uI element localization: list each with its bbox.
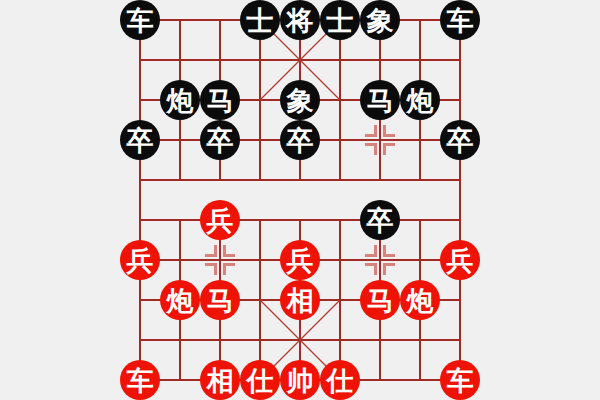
piece-red-cannon[interactable]: 炮 [160, 280, 200, 320]
piece-red-soldier[interactable]: 兵 [120, 240, 160, 280]
piece-black-soldier[interactable]: 卒 [280, 120, 320, 160]
marker-corner [365, 263, 377, 275]
piece-red-chariot[interactable]: 车 [440, 360, 480, 400]
piece-black-chariot[interactable]: 车 [440, 0, 480, 40]
marker-corner [365, 125, 377, 137]
marker-corner [383, 143, 395, 155]
piece-red-horse[interactable]: 马 [200, 280, 240, 320]
piece-black-soldier[interactable]: 卒 [440, 120, 480, 160]
piece-red-advisor[interactable]: 仕 [240, 360, 280, 400]
marker-corner [223, 263, 235, 275]
piece-red-elephant[interactable]: 相 [200, 360, 240, 400]
piece-black-soldier[interactable]: 卒 [200, 120, 240, 160]
piece-red-cannon[interactable]: 炮 [400, 280, 440, 320]
marker-corner [205, 263, 217, 275]
piece-black-cannon[interactable]: 炮 [160, 80, 200, 120]
marker-corner [383, 263, 395, 275]
piece-red-soldier[interactable]: 兵 [440, 240, 480, 280]
piece-red-soldier[interactable]: 兵 [280, 240, 320, 280]
marker-corner [365, 143, 377, 155]
piece-black-soldier[interactable]: 卒 [360, 200, 400, 240]
last-move-marker [365, 245, 395, 275]
piece-red-horse[interactable]: 马 [360, 280, 400, 320]
marker-corner [365, 245, 377, 257]
marker-corner [383, 125, 395, 137]
board-grid[interactable]: 车士将士象车炮马象马炮卒卒卒卒卒兵兵兵兵炮马相马炮车相仕帅仕车 [120, 0, 480, 400]
marker-corner [383, 245, 395, 257]
piece-red-advisor[interactable]: 仕 [320, 360, 360, 400]
piece-black-elephant[interactable]: 象 [360, 0, 400, 40]
piece-black-advisor[interactable]: 士 [320, 0, 360, 40]
piece-black-elephant[interactable]: 象 [280, 80, 320, 120]
piece-black-advisor[interactable]: 士 [240, 0, 280, 40]
last-move-marker [365, 125, 395, 155]
piece-black-chariot[interactable]: 车 [120, 0, 160, 40]
piece-black-horse[interactable]: 马 [200, 80, 240, 120]
piece-black-soldier[interactable]: 卒 [120, 120, 160, 160]
piece-red-general[interactable]: 帅 [280, 360, 320, 400]
marker-corner [223, 245, 235, 257]
marker-corner [205, 245, 217, 257]
piece-black-cannon[interactable]: 炮 [400, 80, 440, 120]
piece-black-general[interactable]: 将 [280, 0, 320, 40]
xiangqi-board: 车士将士象车炮马象马炮卒卒卒卒卒兵兵兵兵炮马相马炮车相仕帅仕车 [0, 0, 600, 400]
piece-red-chariot[interactable]: 车 [120, 360, 160, 400]
last-move-marker [205, 245, 235, 275]
piece-black-horse[interactable]: 马 [360, 80, 400, 120]
piece-red-elephant[interactable]: 相 [280, 280, 320, 320]
piece-red-soldier[interactable]: 兵 [200, 200, 240, 240]
